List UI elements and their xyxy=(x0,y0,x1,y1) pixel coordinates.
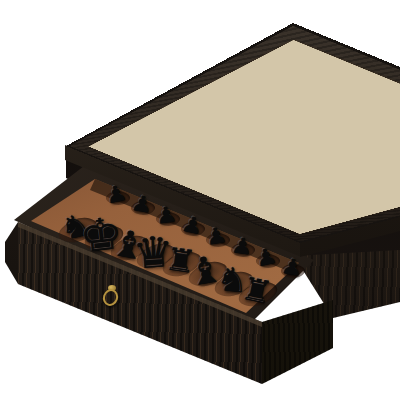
chess-piece-pawn[interactable]: ♟ xyxy=(230,234,254,259)
chess-piece-pawn[interactable]: ♟ xyxy=(253,244,279,270)
chess-piece-pawn[interactable]: ♟ xyxy=(280,254,305,279)
chess-piece-pawn[interactable]: ♟ xyxy=(179,212,205,238)
chess-piece-pawn[interactable]: ♟ xyxy=(103,181,129,207)
chess-piece-pawn[interactable]: ♟ xyxy=(154,203,178,228)
chess-box-photo: ♟♟♟♟♟♟♟♟♞♚♝♛♜♝♞♜ xyxy=(0,0,400,400)
chess-piece-rook[interactable]: ♜ xyxy=(239,272,275,309)
chess-piece-pawn[interactable]: ♟ xyxy=(204,223,229,248)
chess-piece-pawn[interactable]: ♟ xyxy=(130,191,155,216)
